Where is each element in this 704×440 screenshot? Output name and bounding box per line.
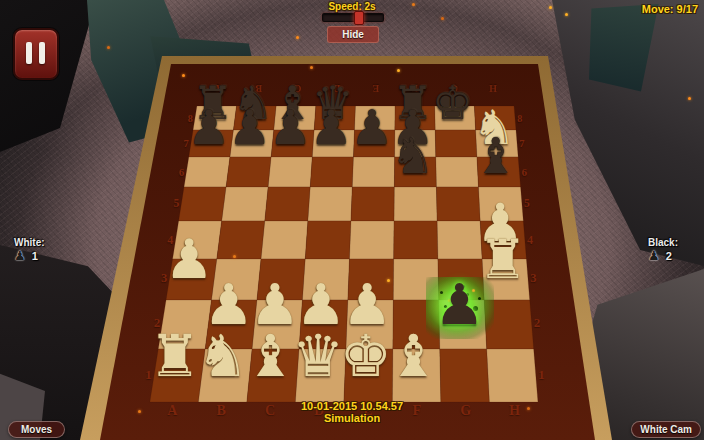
black-king[interactable]: ♚ (432, 80, 473, 126)
ember-particle (565, 13, 568, 16)
black-captures-panel: Black: ♟ 2 (648, 237, 704, 262)
black-pawn[interactable]: ♟ (310, 104, 353, 152)
ember-particle (441, 17, 444, 20)
board-square[interactable] (305, 221, 351, 259)
board-square[interactable] (436, 157, 479, 187)
pawn-icon: ♟ (648, 249, 660, 262)
black-pawn[interactable]: ♟ (228, 104, 271, 152)
move-counter: Move: 9/17 (642, 3, 698, 15)
mode-label: Simulation (0, 412, 704, 424)
pawn-icon: ♟ (14, 249, 26, 262)
board-square[interactable] (310, 157, 353, 187)
board-square[interactable] (265, 187, 310, 221)
black-knight[interactable]: ♞ (391, 131, 435, 180)
ember-particle (397, 69, 400, 72)
ember-particle (233, 255, 236, 258)
board-square[interactable] (308, 187, 352, 221)
black-pawn[interactable]: ♟ (269, 104, 312, 152)
white-bishop[interactable]: ♝ (244, 328, 296, 386)
hide-button[interactable]: Hide (327, 26, 379, 43)
ember-particle (107, 46, 110, 49)
board-square[interactable] (436, 187, 480, 221)
ember-particle (412, 3, 415, 6)
game-scene: AABBCCDDEEFFGGHH1122334455667788 ♜♞♝♛♜♚♟… (0, 0, 704, 440)
board-square[interactable] (217, 221, 265, 259)
white-bishop[interactable]: ♝ (388, 328, 440, 386)
white-caption: White: (14, 237, 84, 248)
speed-slider-handle[interactable] (354, 11, 364, 25)
white-capture-count: 1 (32, 250, 38, 262)
speed-label: Speed: 2s (300, 1, 404, 12)
black-pawn[interactable]: ♟ (188, 104, 231, 152)
board-square[interactable] (351, 187, 394, 221)
white-knight[interactable]: ♞ (197, 328, 249, 386)
board-square[interactable] (268, 157, 312, 187)
black-capture-count: 2 (666, 250, 672, 262)
speed-slider[interactable] (322, 13, 384, 22)
white-king[interactable]: ♚ (340, 328, 392, 386)
ember-particle (310, 66, 313, 69)
white-captures-panel: White: ♟ 1 (14, 237, 84, 262)
black-pawn[interactable]: ♟ (351, 104, 394, 152)
board-square[interactable] (352, 157, 394, 187)
white-rook[interactable]: ♜ (478, 233, 527, 288)
white-queen[interactable]: ♛ (292, 328, 344, 386)
board-square[interactable] (393, 259, 438, 300)
pause-button[interactable] (13, 28, 59, 80)
board-square[interactable] (184, 157, 230, 187)
board-square[interactable] (349, 221, 394, 259)
black-bishop[interactable]: ♝ (474, 131, 518, 180)
white-rook[interactable]: ♜ (149, 328, 201, 386)
board-square[interactable] (394, 187, 437, 221)
board-square[interactable] (435, 130, 477, 157)
ember-particle (387, 279, 390, 282)
board-square[interactable] (484, 300, 533, 349)
black-pawn[interactable]: ♟ (434, 277, 484, 333)
pause-icon (26, 42, 32, 64)
black-caption: Black: (648, 237, 704, 248)
board-square[interactable] (222, 187, 268, 221)
board-square[interactable] (487, 349, 538, 402)
ember-particle (296, 36, 299, 39)
board-square[interactable] (226, 157, 271, 187)
ember-particle (688, 97, 691, 100)
pause-icon (39, 42, 45, 64)
board-square[interactable] (179, 187, 226, 221)
board-square[interactable] (437, 221, 482, 259)
datetime-label: 10-01-2015 10.54.57 (0, 400, 704, 412)
board-square[interactable] (261, 221, 308, 259)
ember-particle (549, 6, 552, 9)
ember-particle (182, 74, 185, 77)
board-square[interactable] (440, 349, 490, 402)
board-square[interactable] (394, 221, 438, 259)
